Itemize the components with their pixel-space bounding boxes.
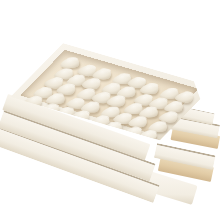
dumpling-trays-photo xyxy=(0,0,220,220)
